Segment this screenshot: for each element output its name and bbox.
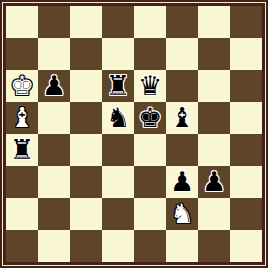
square-f1[interactable] [166,230,198,262]
square-g1[interactable] [198,230,230,262]
chess-board-frame: ♚♟♜♛♝♞♚♝♜♟♟♞ [0,0,268,268]
square-g5[interactable] [198,102,230,134]
square-a4[interactable]: ♜ [6,134,38,166]
square-c6[interactable] [70,70,102,102]
piece-white-knight[interactable]: ♞ [170,200,194,227]
square-d5[interactable]: ♞ [102,102,134,134]
square-g7[interactable] [198,38,230,70]
square-b1[interactable] [38,230,70,262]
square-c1[interactable] [70,230,102,262]
square-d8[interactable] [102,6,134,38]
square-e7[interactable] [134,38,166,70]
square-h2[interactable] [230,198,262,230]
square-e4[interactable] [134,134,166,166]
square-b4[interactable] [38,134,70,166]
square-g4[interactable] [198,134,230,166]
square-c7[interactable] [70,38,102,70]
square-b8[interactable] [38,6,70,38]
square-h1[interactable] [230,230,262,262]
square-f8[interactable] [166,6,198,38]
square-d7[interactable] [102,38,134,70]
square-b3[interactable] [38,166,70,198]
piece-black-pawn[interactable]: ♟ [42,72,66,99]
square-d1[interactable] [102,230,134,262]
square-a1[interactable] [6,230,38,262]
square-h3[interactable] [230,166,262,198]
square-h8[interactable] [230,6,262,38]
square-b5[interactable] [38,102,70,134]
square-a2[interactable] [6,198,38,230]
piece-black-bishop[interactable]: ♝ [170,104,194,131]
square-f5[interactable]: ♝ [166,102,198,134]
square-b2[interactable] [38,198,70,230]
piece-white-bishop[interactable]: ♝ [10,104,34,131]
square-e5[interactable]: ♚ [134,102,166,134]
square-d4[interactable] [102,134,134,166]
square-a6[interactable]: ♚ [6,70,38,102]
piece-black-pawn[interactable]: ♟ [202,168,226,195]
square-h7[interactable] [230,38,262,70]
piece-black-queen[interactable]: ♛ [138,72,162,99]
square-e1[interactable] [134,230,166,262]
square-c2[interactable] [70,198,102,230]
square-g8[interactable] [198,6,230,38]
board-inner-frame: ♚♟♜♛♝♞♚♝♜♟♟♞ [2,2,266,266]
square-f6[interactable] [166,70,198,102]
piece-black-pawn[interactable]: ♟ [170,168,194,195]
square-b6[interactable]: ♟ [38,70,70,102]
square-h4[interactable] [230,134,262,166]
square-d2[interactable] [102,198,134,230]
piece-black-king[interactable]: ♚ [138,104,162,131]
square-f4[interactable] [166,134,198,166]
square-a5[interactable]: ♝ [6,102,38,134]
square-g3[interactable]: ♟ [198,166,230,198]
square-e3[interactable] [134,166,166,198]
chess-board: ♚♟♜♛♝♞♚♝♜♟♟♞ [6,6,262,262]
square-c4[interactable] [70,134,102,166]
square-d3[interactable] [102,166,134,198]
square-f3[interactable]: ♟ [166,166,198,198]
square-e6[interactable]: ♛ [134,70,166,102]
square-a3[interactable] [6,166,38,198]
square-f7[interactable] [166,38,198,70]
square-h5[interactable] [230,102,262,134]
piece-white-king[interactable]: ♚ [10,72,34,99]
square-d6[interactable]: ♜ [102,70,134,102]
square-c3[interactable] [70,166,102,198]
square-b7[interactable] [38,38,70,70]
square-c5[interactable] [70,102,102,134]
square-h6[interactable] [230,70,262,102]
square-g6[interactable] [198,70,230,102]
square-e2[interactable] [134,198,166,230]
square-a8[interactable] [6,6,38,38]
piece-black-rook[interactable]: ♜ [10,136,34,163]
square-g2[interactable] [198,198,230,230]
piece-black-knight[interactable]: ♞ [106,104,130,131]
square-e8[interactable] [134,6,166,38]
square-f2[interactable]: ♞ [166,198,198,230]
square-c8[interactable] [70,6,102,38]
piece-black-rook[interactable]: ♜ [106,72,130,99]
square-a7[interactable] [6,38,38,70]
